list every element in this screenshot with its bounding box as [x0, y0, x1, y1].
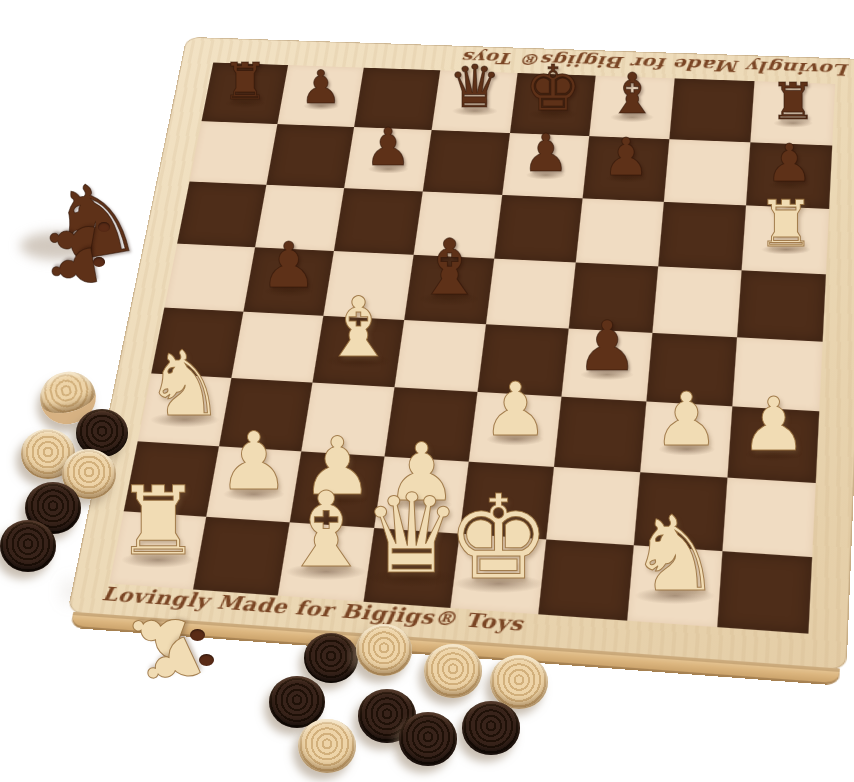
dark-pawn-c7[interactable]: ♟ [365, 121, 412, 173]
square-g8[interactable] [669, 78, 754, 142]
felt-pad [199, 654, 214, 666]
light-bishop-c1[interactable]: ♝ [280, 478, 373, 582]
square-h1[interactable] [717, 551, 812, 634]
light-rook-h6[interactable]: ♜ [757, 191, 814, 255]
square-h5[interactable] [737, 270, 826, 341]
product-photo-scene: Lovingly Made for Bigjigs® Toys Lovingly… [0, 0, 854, 782]
square-f2[interactable] [546, 467, 640, 545]
square-c6[interactable] [334, 188, 423, 255]
square-b4[interactable] [231, 312, 323, 383]
square-b1[interactable] [193, 517, 290, 596]
light-king-e1[interactable]: ♚ [447, 479, 551, 595]
square-g6[interactable] [658, 202, 746, 270]
square-b7[interactable] [266, 124, 354, 188]
dark-pawn-b5[interactable]: ♟ [261, 234, 317, 297]
felt-pad [98, 222, 110, 232]
light-draughts-piece[interactable] [298, 719, 356, 772]
square-a7[interactable] [189, 121, 277, 185]
dark-draughts-piece[interactable] [304, 633, 358, 683]
dark-pawn-e7[interactable]: ♟ [523, 128, 570, 180]
square-g7[interactable] [664, 139, 750, 205]
dark-draughts-piece[interactable] [462, 701, 520, 754]
light-draughts-piece[interactable] [356, 624, 412, 676]
dark-pawn-b8[interactable]: ♟ [300, 63, 341, 109]
square-e6[interactable] [494, 195, 582, 263]
dark-bishop-d5[interactable]: ♝ [415, 229, 484, 306]
square-g5[interactable] [652, 266, 741, 337]
dark-pawn-h7[interactable]: ♟ [766, 138, 813, 190]
dark-bishop-f8[interactable]: ♝ [607, 66, 657, 122]
dark-king-e8[interactable]: ♚ [525, 57, 581, 120]
square-a5[interactable] [164, 244, 255, 312]
light-rook-a1[interactable]: ♜ [115, 474, 200, 569]
dark-rook-a8[interactable]: ♜ [222, 56, 268, 107]
dark-pawn-f4[interactable]: ♟ [576, 312, 638, 381]
light-draughts-piece[interactable] [424, 644, 482, 697]
light-bishop-c4[interactable]: ♝ [321, 286, 395, 369]
dark-queen-d8[interactable]: ♛ [448, 57, 501, 116]
felt-pad [93, 257, 105, 267]
off-board-dark-pawn[interactable]: ♟ [41, 237, 107, 298]
light-knight-g1[interactable]: ♞ [628, 502, 721, 606]
light-knight-a3[interactable]: ♞ [144, 338, 225, 428]
square-f3[interactable] [554, 397, 646, 473]
square-d4[interactable] [395, 320, 486, 392]
dark-draughts-piece[interactable] [399, 712, 457, 765]
dark-rook-h8[interactable]: ♜ [770, 76, 816, 127]
light-pawn-h3[interactable]: ♟ [740, 387, 806, 461]
square-e5[interactable] [486, 259, 576, 329]
square-d7[interactable] [423, 130, 510, 195]
light-pawn-g3[interactable]: ♟ [653, 382, 719, 456]
light-pawn-e3[interactable]: ♟ [482, 372, 548, 446]
dark-pawn-f7[interactable]: ♟ [603, 131, 650, 183]
square-a6[interactable] [177, 182, 266, 248]
square-h2[interactable] [722, 478, 815, 558]
square-f1[interactable] [538, 539, 634, 620]
square-f6[interactable] [576, 198, 664, 266]
felt-pad [190, 629, 205, 641]
light-draughts-piece[interactable] [490, 655, 548, 708]
dark-draughts-piece[interactable] [0, 520, 56, 572]
